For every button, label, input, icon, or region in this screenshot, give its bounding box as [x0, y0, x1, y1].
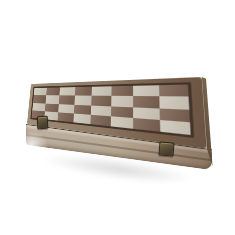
brass-clasp-left	[37, 116, 48, 129]
board-square	[46, 87, 60, 95]
board-square	[58, 112, 74, 122]
bottom-left-highlight	[14, 132, 48, 158]
brass-clasp-right	[159, 141, 175, 156]
board-square	[75, 87, 92, 96]
board-square	[159, 120, 190, 135]
board-square	[110, 116, 133, 129]
chess-board-grid	[32, 85, 191, 135]
board-square	[133, 85, 159, 96]
board-square	[92, 86, 112, 96]
board-square	[133, 118, 159, 132]
board-square	[59, 87, 75, 96]
board-square	[90, 115, 110, 127]
board-square	[158, 85, 188, 97]
product-photo-stage	[0, 0, 235, 235]
board-square	[34, 88, 47, 96]
board-square	[73, 113, 91, 124]
board-square	[111, 86, 133, 96]
